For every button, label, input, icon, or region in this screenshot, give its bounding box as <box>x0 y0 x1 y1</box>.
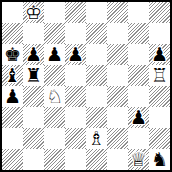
square-a7[interactable] <box>2 23 23 44</box>
black-pawn[interactable]: ♟ <box>149 44 170 65</box>
square-f2[interactable] <box>107 128 128 149</box>
square-c6[interactable]: ♟ <box>44 44 65 65</box>
square-h5[interactable]: ♜♖ <box>149 65 170 86</box>
square-c8[interactable] <box>44 2 65 23</box>
white-queen[interactable]: ♛♕ <box>128 149 149 170</box>
square-c3[interactable] <box>44 107 65 128</box>
square-e2[interactable]: ♝♗ <box>86 128 107 149</box>
square-b4[interactable] <box>23 86 44 107</box>
square-e4[interactable] <box>86 86 107 107</box>
square-a6[interactable]: ♚ <box>2 44 23 65</box>
black-pawn-glyph: ♟ <box>128 107 149 128</box>
square-g1[interactable]: ♛♕ <box>128 149 149 170</box>
black-pawn-glyph: ♟ <box>2 86 23 107</box>
square-h2[interactable] <box>149 128 170 149</box>
square-a2[interactable] <box>2 128 23 149</box>
square-g3[interactable]: ♟ <box>128 107 149 128</box>
black-pawn[interactable]: ♟ <box>44 44 65 65</box>
black-rook[interactable]: ♜ <box>23 65 44 86</box>
square-a4[interactable]: ♟ <box>2 86 23 107</box>
square-f7[interactable] <box>107 23 128 44</box>
square-g2[interactable] <box>128 128 149 149</box>
chess-diagram: ♚♔♚♟♟♟♟♝♜♜♖♟♞♘♟♝♗♛♕♞ <box>0 0 172 172</box>
black-king-glyph: ♚ <box>2 44 23 65</box>
square-e5[interactable] <box>86 65 107 86</box>
black-pawn-glyph: ♟ <box>149 44 170 65</box>
black-pawn[interactable]: ♟ <box>128 107 149 128</box>
square-g4[interactable] <box>128 86 149 107</box>
square-f1[interactable] <box>107 149 128 170</box>
square-f4[interactable] <box>107 86 128 107</box>
square-c4[interactable]: ♞♘ <box>44 86 65 107</box>
square-b3[interactable] <box>23 107 44 128</box>
square-d1[interactable] <box>65 149 86 170</box>
square-e7[interactable] <box>86 23 107 44</box>
white-bishop-glyph: ♗ <box>86 128 107 149</box>
square-a1[interactable] <box>2 149 23 170</box>
square-b5[interactable]: ♜ <box>23 65 44 86</box>
square-d7[interactable] <box>65 23 86 44</box>
white-king-glyph: ♔ <box>23 2 44 23</box>
white-knight[interactable]: ♞♘ <box>44 86 65 107</box>
square-d5[interactable] <box>65 65 86 86</box>
square-b6[interactable]: ♟ <box>23 44 44 65</box>
black-pawn[interactable]: ♟ <box>23 44 44 65</box>
square-d4[interactable] <box>65 86 86 107</box>
square-g6[interactable] <box>128 44 149 65</box>
square-a8[interactable] <box>2 2 23 23</box>
square-f5[interactable] <box>107 65 128 86</box>
square-g5[interactable] <box>128 65 149 86</box>
black-bishop-glyph: ♝ <box>2 65 23 86</box>
square-d2[interactable] <box>65 128 86 149</box>
white-bishop[interactable]: ♝♗ <box>86 128 107 149</box>
square-h6[interactable]: ♟ <box>149 44 170 65</box>
square-f6[interactable] <box>107 44 128 65</box>
square-c5[interactable] <box>44 65 65 86</box>
square-a3[interactable] <box>2 107 23 128</box>
white-rook-glyph: ♖ <box>149 65 170 86</box>
square-f8[interactable] <box>107 2 128 23</box>
square-c1[interactable] <box>44 149 65 170</box>
square-e1[interactable] <box>86 149 107 170</box>
square-e8[interactable] <box>86 2 107 23</box>
square-e3[interactable] <box>86 107 107 128</box>
black-knight[interactable]: ♞ <box>149 149 170 170</box>
black-bishop[interactable]: ♝ <box>2 65 23 86</box>
square-g7[interactable] <box>128 23 149 44</box>
black-knight-glyph: ♞ <box>149 149 170 170</box>
black-pawn[interactable]: ♟ <box>65 44 86 65</box>
chess-board: ♚♔♚♟♟♟♟♝♜♜♖♟♞♘♟♝♗♛♕♞ <box>0 0 172 172</box>
white-rook[interactable]: ♜♖ <box>149 65 170 86</box>
square-b7[interactable] <box>23 23 44 44</box>
square-c7[interactable] <box>44 23 65 44</box>
black-pawn-glyph: ♟ <box>23 44 44 65</box>
square-h3[interactable] <box>149 107 170 128</box>
white-queen-glyph: ♕ <box>128 149 149 170</box>
black-rook-glyph: ♜ <box>23 65 44 86</box>
square-b2[interactable] <box>23 128 44 149</box>
black-pawn[interactable]: ♟ <box>2 86 23 107</box>
black-pawn-glyph: ♟ <box>44 44 65 65</box>
square-d6[interactable]: ♟ <box>65 44 86 65</box>
square-h4[interactable] <box>149 86 170 107</box>
square-d3[interactable] <box>65 107 86 128</box>
black-pawn-glyph: ♟ <box>65 44 86 65</box>
square-c2[interactable] <box>44 128 65 149</box>
square-h8[interactable] <box>149 2 170 23</box>
black-king[interactable]: ♚ <box>2 44 23 65</box>
square-f3[interactable] <box>107 107 128 128</box>
square-h7[interactable] <box>149 23 170 44</box>
square-e6[interactable] <box>86 44 107 65</box>
square-b8[interactable]: ♚♔ <box>23 2 44 23</box>
square-h1[interactable]: ♞ <box>149 149 170 170</box>
white-knight-glyph: ♘ <box>44 86 65 107</box>
square-a5[interactable]: ♝ <box>2 65 23 86</box>
square-b1[interactable] <box>23 149 44 170</box>
white-king[interactable]: ♚♔ <box>23 2 44 23</box>
square-d8[interactable] <box>65 2 86 23</box>
square-g8[interactable] <box>128 2 149 23</box>
